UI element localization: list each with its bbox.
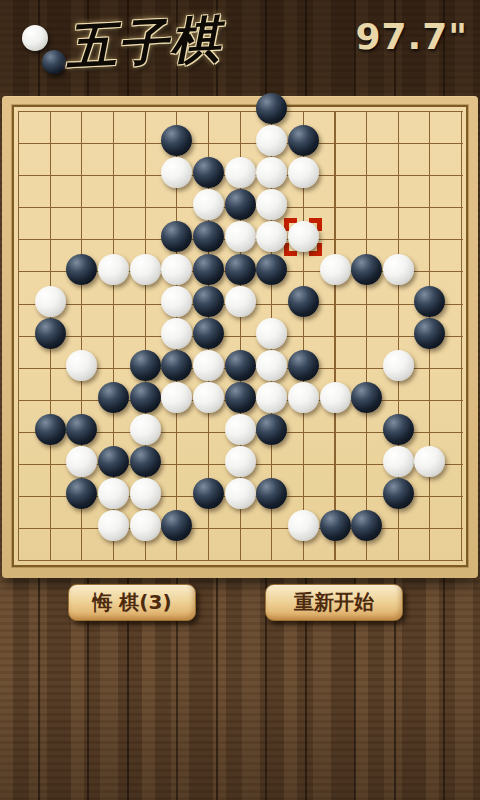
stone-black-r9c11 bbox=[351, 382, 382, 413]
stone-white-r5c10 bbox=[320, 254, 351, 285]
stone-black-r8c4 bbox=[130, 350, 161, 381]
stone-black-r10c8 bbox=[256, 414, 287, 445]
stone-white-r8c6 bbox=[193, 350, 224, 381]
stone-white-r12c4 bbox=[130, 478, 161, 509]
logo-stones-icon bbox=[0, 0, 70, 90]
stone-white-r4c7 bbox=[225, 221, 256, 252]
white-stone-icon bbox=[22, 25, 48, 51]
stone-white-r13c9 bbox=[288, 510, 319, 541]
stone-white-r5c3 bbox=[98, 254, 129, 285]
stone-black-r12c6 bbox=[193, 478, 224, 509]
stone-white-r7c8 bbox=[256, 318, 287, 349]
stone-white-r5c5 bbox=[161, 254, 192, 285]
stone-white-r8c8 bbox=[256, 350, 287, 381]
stone-white-r9c5 bbox=[161, 382, 192, 413]
stone-white-r9c6 bbox=[193, 382, 224, 413]
stone-black-r0c8 bbox=[256, 93, 287, 124]
stone-black-r2c6 bbox=[193, 157, 224, 188]
stone-black-r7c13 bbox=[414, 318, 445, 349]
stone-white-r9c8 bbox=[256, 382, 287, 413]
stone-black-r10c1 bbox=[35, 414, 66, 445]
stone-white-r2c9 bbox=[288, 157, 319, 188]
stone-white-r10c7 bbox=[225, 414, 256, 445]
stone-white-r5c4 bbox=[130, 254, 161, 285]
stone-black-r13c10 bbox=[320, 510, 351, 541]
stone-white-r12c7 bbox=[225, 478, 256, 509]
stone-black-r8c5 bbox=[161, 350, 192, 381]
stone-black-r7c6 bbox=[193, 318, 224, 349]
stone-black-r6c13 bbox=[414, 286, 445, 317]
app-root: 五子棋 97.7" 悔 棋(3) 重新开始 bbox=[0, 0, 480, 800]
stone-white-r11c7 bbox=[225, 446, 256, 477]
stone-black-r10c12 bbox=[383, 414, 414, 445]
stone-black-r8c7 bbox=[225, 350, 256, 381]
stone-white-r10c4 bbox=[130, 414, 161, 445]
restart-button[interactable]: 重新开始 bbox=[265, 584, 403, 621]
stone-black-r11c4 bbox=[130, 446, 161, 477]
stone-black-r8c9 bbox=[288, 350, 319, 381]
stone-white-r5c12 bbox=[383, 254, 414, 285]
stone-black-r3c7 bbox=[225, 189, 256, 220]
stone-white-r7c5 bbox=[161, 318, 192, 349]
stone-black-r9c3 bbox=[98, 382, 129, 413]
stone-white-r8c12 bbox=[383, 350, 414, 381]
stone-black-r7c1 bbox=[35, 318, 66, 349]
app-title: 五子棋 bbox=[64, 6, 223, 81]
black-stone-icon bbox=[42, 50, 66, 74]
stone-white-r6c1 bbox=[35, 286, 66, 317]
stone-black-r5c7 bbox=[225, 254, 256, 285]
turn-timer: 97.7" bbox=[355, 16, 468, 57]
stone-black-r5c2 bbox=[66, 254, 97, 285]
stone-black-r6c9 bbox=[288, 286, 319, 317]
stone-black-r11c3 bbox=[98, 446, 129, 477]
stone-white-r8c2 bbox=[66, 350, 97, 381]
stone-black-r6c6 bbox=[193, 286, 224, 317]
stone-white-r9c10 bbox=[320, 382, 351, 413]
stone-white-r6c7 bbox=[225, 286, 256, 317]
stone-black-r9c7 bbox=[225, 382, 256, 413]
stone-white-r13c4 bbox=[130, 510, 161, 541]
stone-white-r3c6 bbox=[193, 189, 224, 220]
stone-white-r2c7 bbox=[225, 157, 256, 188]
stone-black-r5c11 bbox=[351, 254, 382, 285]
stone-black-r5c6 bbox=[193, 254, 224, 285]
stone-white-r12c3 bbox=[98, 478, 129, 509]
stone-black-r9c4 bbox=[130, 382, 161, 413]
game-board[interactable] bbox=[2, 96, 478, 578]
stone-white-r9c9 bbox=[288, 382, 319, 413]
stone-white-r11c12 bbox=[383, 446, 414, 477]
stone-white-r6c5 bbox=[161, 286, 192, 317]
stone-black-r12c12 bbox=[383, 478, 414, 509]
stone-black-r1c9 bbox=[288, 125, 319, 156]
stone-black-r5c8 bbox=[256, 254, 287, 285]
undo-button[interactable]: 悔 棋(3) bbox=[68, 584, 196, 621]
